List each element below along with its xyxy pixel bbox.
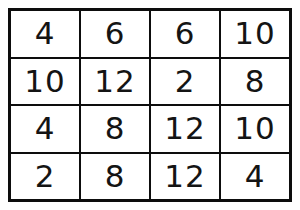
grid-cell-r2c2: 12 bbox=[151, 106, 219, 152]
worksheet-page: 4 6 6 10 10 12 2 8 4 8 12 10 2 8 12 4 bbox=[0, 0, 300, 210]
grid-cell-r0c3: 10 bbox=[221, 11, 289, 57]
number-grid: 4 6 6 10 10 12 2 8 4 8 12 10 2 8 12 4 bbox=[8, 8, 292, 202]
grid-cell-r0c1: 6 bbox=[81, 11, 149, 57]
grid-cell-r1c1: 12 bbox=[81, 59, 149, 105]
grid-cell-r2c0: 4 bbox=[11, 106, 79, 152]
grid-cell-r1c3: 8 bbox=[221, 59, 289, 105]
grid-cell-r3c1: 8 bbox=[81, 154, 149, 200]
grid-cell-r1c0: 10 bbox=[11, 59, 79, 105]
grid-cell-r3c3: 4 bbox=[221, 154, 289, 200]
grid-cell-r1c2: 2 bbox=[151, 59, 219, 105]
grid-cell-r2c3: 10 bbox=[221, 106, 289, 152]
grid-cell-r0c0: 4 bbox=[11, 11, 79, 57]
grid-cell-r3c2: 12 bbox=[151, 154, 219, 200]
grid-cell-r2c1: 8 bbox=[81, 106, 149, 152]
grid-cell-r0c2: 6 bbox=[151, 11, 219, 57]
grid-cell-r3c0: 2 bbox=[11, 154, 79, 200]
